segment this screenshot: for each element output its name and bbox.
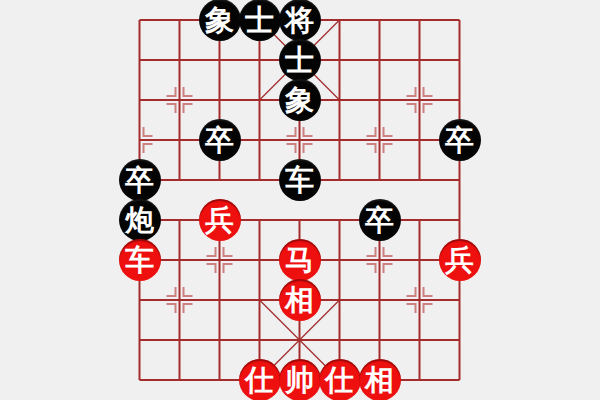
- piece-black-chariot[interactable]: 车: [279, 159, 321, 201]
- piece-black-cannon[interactable]: 炮: [119, 199, 161, 241]
- xiangqi-app: 象士将士象卒卒卒车炮兵卒车马兵相仕帅仕相: [0, 0, 600, 400]
- piece-black-soldier[interactable]: 卒: [359, 199, 401, 241]
- piece-black-advisor[interactable]: 士: [279, 39, 321, 81]
- piece-red-horse[interactable]: 马: [279, 239, 321, 281]
- piece-black-general[interactable]: 将: [279, 0, 321, 41]
- piece-red-soldier[interactable]: 兵: [199, 199, 241, 241]
- piece-red-advisor[interactable]: 仕: [239, 359, 281, 400]
- piece-black-soldier[interactable]: 卒: [119, 159, 161, 201]
- piece-black-advisor[interactable]: 士: [239, 0, 281, 41]
- piece-red-soldier[interactable]: 兵: [439, 239, 481, 281]
- piece-red-elephant[interactable]: 相: [279, 279, 321, 321]
- piece-red-general[interactable]: 帅: [279, 359, 321, 400]
- piece-red-elephant[interactable]: 相: [359, 359, 401, 400]
- piece-black-soldier[interactable]: 卒: [199, 119, 241, 161]
- piece-black-elephant[interactable]: 象: [279, 79, 321, 121]
- piece-red-advisor[interactable]: 仕: [319, 359, 361, 400]
- piece-black-elephant[interactable]: 象: [199, 0, 241, 41]
- piece-red-chariot[interactable]: 车: [119, 239, 161, 281]
- piece-black-soldier[interactable]: 卒: [439, 119, 481, 161]
